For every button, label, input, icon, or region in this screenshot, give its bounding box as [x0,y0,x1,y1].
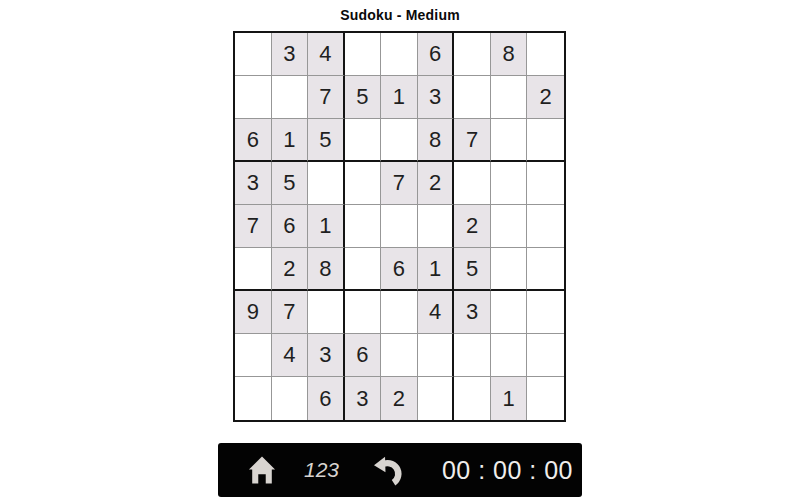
cell-r3c2[interactable]: 1 [272,119,309,162]
cell-r2c3[interactable]: 7 [308,76,345,119]
cell-r2c6[interactable]: 3 [418,76,455,119]
cell-r7c2[interactable]: 7 [272,291,309,334]
cell-r4c5[interactable]: 7 [381,162,418,205]
page-title: Sudoku - Medium [0,7,800,23]
cell-r5c7[interactable]: 2 [454,205,491,248]
cell-r7c8[interactable] [491,291,528,334]
cell-r8c9[interactable] [527,334,564,377]
cell-r2c8[interactable] [491,76,528,119]
cell-r5c1[interactable]: 7 [235,205,272,248]
cell-r7c9[interactable] [527,291,564,334]
cell-r1c2[interactable]: 3 [272,33,309,76]
cell-r6c9[interactable] [527,248,564,291]
cell-r6c6[interactable]: 1 [418,248,455,291]
home-icon [248,454,276,486]
cell-r3c1[interactable]: 6 [235,119,272,162]
cell-r9c1[interactable] [235,377,272,420]
cell-r2c4[interactable]: 5 [345,76,382,119]
cell-r3c6[interactable]: 8 [418,119,455,162]
cell-r4c7[interactable] [454,162,491,205]
cell-r4c3[interactable] [308,162,345,205]
cell-r2c2[interactable] [272,76,309,119]
cell-r6c3[interactable]: 8 [308,248,345,291]
cell-r1c3[interactable]: 4 [308,33,345,76]
cell-r1c1[interactable] [235,33,272,76]
cell-r1c9[interactable] [527,33,564,76]
cell-r6c8[interactable] [491,248,528,291]
cell-r8c1[interactable] [235,334,272,377]
cell-r7c1[interactable]: 9 [235,291,272,334]
cell-r9c5[interactable]: 2 [381,377,418,420]
cell-r3c3[interactable]: 5 [308,119,345,162]
cell-r9c2[interactable] [272,377,309,420]
cell-r4c2[interactable]: 5 [272,162,309,205]
cell-r9c7[interactable] [454,377,491,420]
cell-r9c8[interactable]: 1 [491,377,528,420]
cell-r6c1[interactable] [235,248,272,291]
sudoku-app: Sudoku - Medium 346875132615873572761228… [0,0,800,500]
cell-r1c8[interactable]: 8 [491,33,528,76]
cell-r5c8[interactable] [491,205,528,248]
cell-r7c7[interactable]: 3 [454,291,491,334]
cell-r6c5[interactable]: 6 [381,248,418,291]
home-button[interactable] [248,454,276,486]
cell-r8c3[interactable]: 3 [308,334,345,377]
cell-r8c5[interactable] [381,334,418,377]
cell-r5c2[interactable]: 6 [272,205,309,248]
bottom-toolbar: 123 00 : 00 : 00 [218,443,582,497]
cell-r6c2[interactable]: 2 [272,248,309,291]
number-mode-button[interactable]: 123 [304,458,339,482]
cell-r4c8[interactable] [491,162,528,205]
cell-r5c6[interactable] [418,205,455,248]
cell-r6c4[interactable] [345,248,382,291]
cell-r1c7[interactable] [454,33,491,76]
cell-r3c4[interactable] [345,119,382,162]
cell-r3c8[interactable] [491,119,528,162]
cell-r8c4[interactable]: 6 [345,334,382,377]
cell-r5c3[interactable]: 1 [308,205,345,248]
cell-r1c5[interactable] [381,33,418,76]
cell-r3c5[interactable] [381,119,418,162]
undo-icon [373,453,409,487]
sudoku-board: 34687513261587357276122861597434366321 [233,31,566,422]
cell-r8c7[interactable] [454,334,491,377]
cell-r9c3[interactable]: 6 [308,377,345,420]
cell-r2c7[interactable] [454,76,491,119]
cell-r4c6[interactable]: 2 [418,162,455,205]
cell-r3c9[interactable] [527,119,564,162]
cell-r6c7[interactable]: 5 [454,248,491,291]
cell-r2c9[interactable]: 2 [527,76,564,119]
cell-r7c5[interactable] [381,291,418,334]
game-timer: 00 : 00 : 00 [442,456,573,485]
cell-r2c5[interactable]: 1 [381,76,418,119]
cell-r7c4[interactable] [345,291,382,334]
cell-r1c4[interactable] [345,33,382,76]
cell-r5c9[interactable] [527,205,564,248]
cell-r3c7[interactable]: 7 [454,119,491,162]
cell-r4c9[interactable] [527,162,564,205]
undo-button[interactable] [373,452,409,488]
cell-r8c2[interactable]: 4 [272,334,309,377]
cell-r9c4[interactable]: 3 [345,377,382,420]
cell-r2c1[interactable] [235,76,272,119]
cell-r9c9[interactable] [527,377,564,420]
cell-r9c6[interactable] [418,377,455,420]
cell-r8c8[interactable] [491,334,528,377]
cell-r5c4[interactable] [345,205,382,248]
cell-r4c4[interactable] [345,162,382,205]
cell-r8c6[interactable] [418,334,455,377]
cell-r5c5[interactable] [381,205,418,248]
cell-r4c1[interactable]: 3 [235,162,272,205]
cell-r7c3[interactable] [308,291,345,334]
cell-r7c6[interactable]: 4 [418,291,455,334]
cell-r1c6[interactable]: 6 [418,33,455,76]
